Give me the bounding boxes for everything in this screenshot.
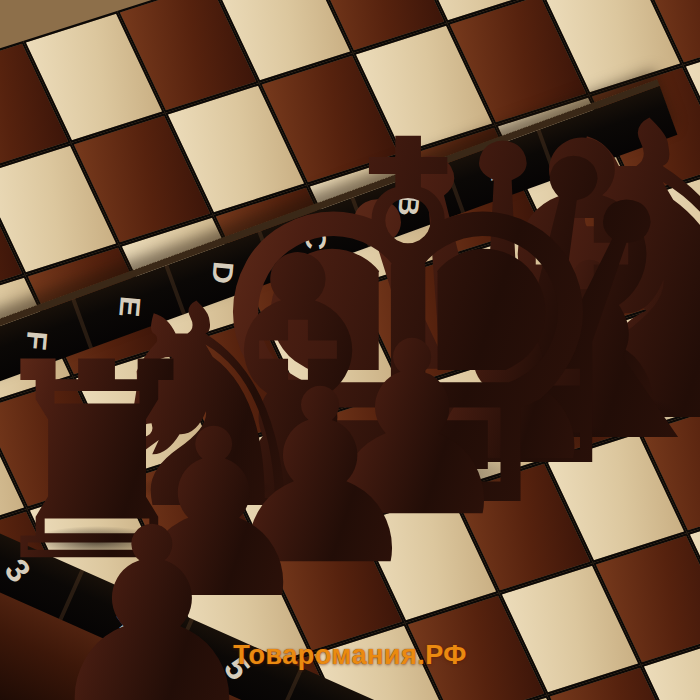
chess-photo-stage: HGFEDCBA 12345678 ♟♞♟♝♛♟♚♝♞♟♜♟♟♟ Товаром… xyxy=(0,0,700,700)
watermark: Товаромания.РФ xyxy=(233,640,467,671)
chess-pieces-layer: ♟♞♟♝♛♟♚♝♞♟♜♟♟♟ xyxy=(0,0,700,700)
